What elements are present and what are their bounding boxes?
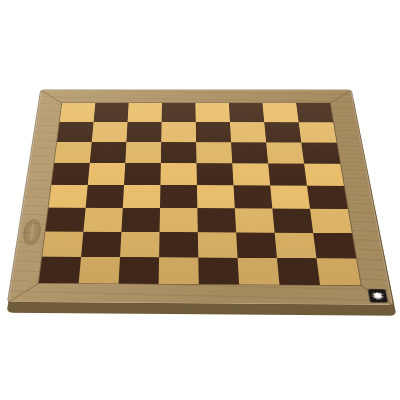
square-b7 [92, 122, 128, 142]
square-g5 [268, 163, 307, 185]
chessboard-frame [8, 90, 393, 305]
square-c6 [125, 142, 161, 163]
square-d2 [159, 232, 198, 257]
square-h4 [307, 186, 348, 209]
square-h7 [299, 122, 337, 142]
square-b1 [79, 257, 120, 284]
chessboard [39, 103, 361, 285]
square-d6 [161, 142, 197, 163]
square-d1 [159, 257, 199, 284]
square-g2 [275, 233, 317, 259]
square-b3 [83, 208, 122, 232]
product-photo-canvas [0, 0, 400, 400]
square-e2 [198, 232, 238, 258]
square-b8 [94, 103, 129, 122]
square-c4 [123, 185, 161, 208]
wood-grain-knot [22, 219, 43, 245]
square-d4 [160, 185, 197, 208]
square-e5 [197, 163, 234, 185]
square-a2 [42, 231, 83, 256]
square-a3 [45, 208, 85, 232]
square-h2 [313, 233, 356, 259]
square-h6 [301, 143, 340, 164]
square-f5 [232, 163, 270, 185]
square-f1 [238, 258, 280, 285]
square-e7 [196, 122, 231, 142]
square-b6 [90, 142, 127, 163]
square-a7 [57, 122, 93, 142]
square-f2 [236, 232, 277, 258]
square-a6 [54, 142, 91, 163]
square-d3 [160, 208, 198, 232]
square-h1 [316, 258, 360, 285]
square-c5 [124, 163, 161, 185]
square-c7 [126, 122, 161, 142]
frame-mitre-seam [9, 282, 41, 302]
brand-emblem [367, 289, 388, 303]
square-e6 [196, 142, 232, 163]
square-g7 [264, 122, 301, 142]
square-b5 [88, 163, 126, 185]
square-f3 [235, 208, 275, 232]
square-e3 [197, 208, 236, 232]
square-e8 [195, 103, 230, 122]
square-g4 [270, 185, 310, 208]
square-h8 [296, 103, 333, 122]
square-d8 [162, 103, 196, 122]
square-g1 [277, 258, 320, 285]
square-d5 [160, 163, 196, 185]
square-a4 [49, 185, 88, 208]
square-f4 [233, 185, 272, 208]
frame-mitre-seam [41, 91, 63, 104]
square-b4 [86, 185, 124, 208]
square-a1 [39, 257, 81, 284]
square-c2 [120, 232, 160, 257]
square-b2 [81, 232, 121, 257]
square-h3 [310, 209, 352, 233]
square-g8 [262, 103, 298, 122]
square-d7 [161, 122, 196, 142]
square-h5 [304, 164, 344, 186]
square-c3 [121, 208, 160, 232]
square-g6 [266, 142, 304, 163]
square-f8 [229, 103, 264, 122]
frame-mitre-seam [329, 91, 351, 105]
square-e1 [198, 258, 239, 285]
square-f7 [230, 122, 266, 142]
square-e4 [197, 185, 235, 208]
square-g3 [272, 209, 313, 233]
square-c1 [119, 257, 160, 284]
eagle-icon [370, 291, 386, 300]
square-f6 [231, 142, 268, 163]
square-a5 [52, 163, 90, 185]
square-c8 [128, 103, 162, 122]
square-a8 [60, 103, 96, 122]
